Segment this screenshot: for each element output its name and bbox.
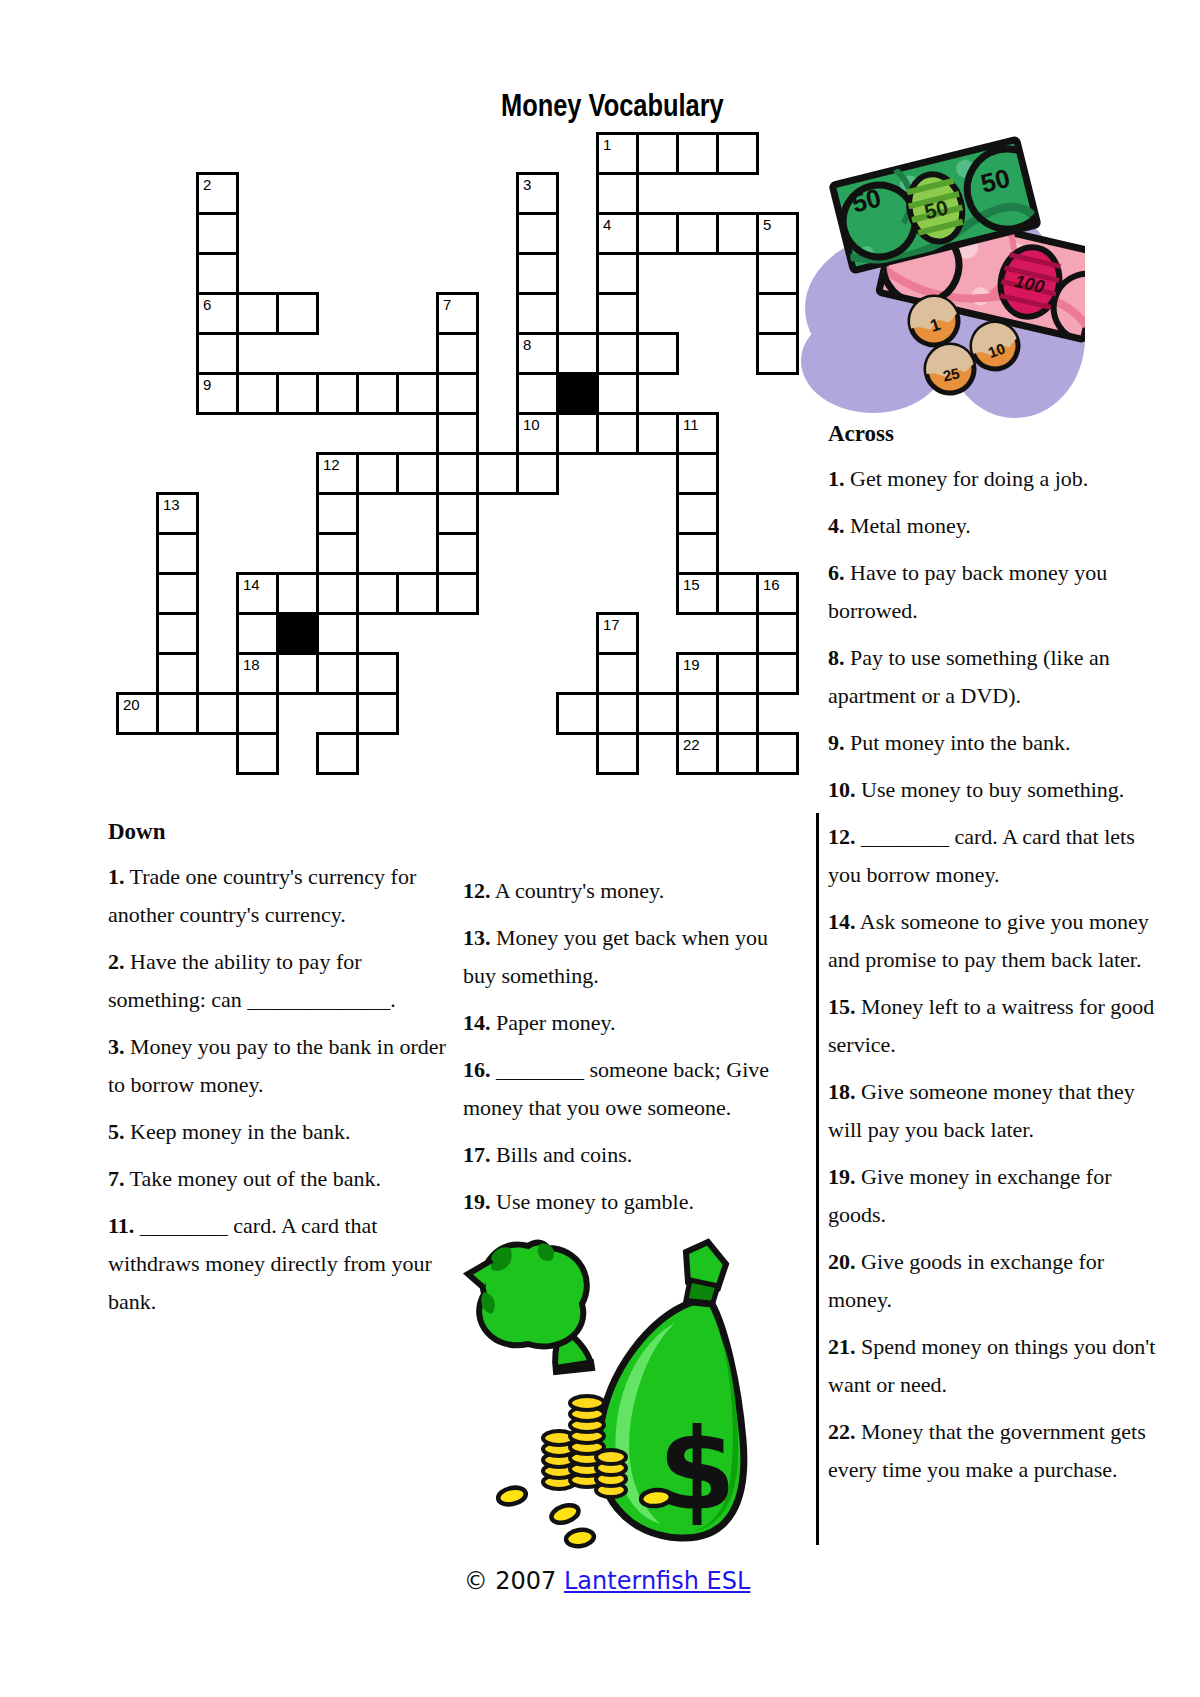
grid-cell-r13c3[interactable]: 18 [236, 652, 279, 695]
grid-cell-r5c12[interactable] [596, 332, 639, 375]
grid-cell-r5c2[interactable] [196, 332, 239, 375]
grid-cell-r14c3[interactable] [236, 692, 279, 735]
grid-cell-r15c3[interactable] [236, 732, 279, 775]
clue-down-16: 16. ________ someone back; Give money th… [463, 1051, 777, 1127]
cell-number-12: 12 [323, 456, 340, 473]
clue-down-2: 2. Have the ability to pay for something… [108, 943, 460, 1019]
grid-cell-r10c14[interactable] [676, 532, 719, 575]
grid-cell-r11c8[interactable] [436, 572, 479, 615]
grid-cell-r9c1[interactable]: 13 [156, 492, 199, 535]
copyright-line: © 2007 Lanternfish ESL [464, 1567, 751, 1595]
cell-number-16: 16 [763, 576, 780, 593]
cell-number-17: 17 [603, 616, 620, 633]
grid-cell-r11c7[interactable] [396, 572, 439, 615]
page-title: Money Vocabulary [501, 88, 724, 124]
clue-across-9: 9. Put money into the bank. [828, 724, 1160, 762]
grid-cell-r14c2[interactable] [196, 692, 239, 735]
clue-down-1: 1. Trade one country's currency for anot… [108, 858, 460, 934]
grid-cell-r7c11[interactable] [556, 412, 599, 455]
cell-number-10: 10 [523, 416, 540, 433]
grid-cell-r1c2[interactable]: 2 [196, 172, 239, 215]
grid-cell-r12c1[interactable] [156, 612, 199, 655]
grid-cell-r14c12[interactable] [596, 692, 639, 735]
clue-down-19: 19. Use money to gamble. [463, 1183, 777, 1221]
cell-number-22: 22 [683, 736, 700, 753]
grid-cell-r6c2[interactable]: 9 [196, 372, 239, 415]
grid-cell-r13c16[interactable] [756, 652, 799, 695]
grid-cell-r13c5[interactable] [316, 652, 359, 695]
lanternfish-esl-link[interactable]: Lanternfish ESL [564, 1567, 750, 1595]
down-header: Down [108, 818, 166, 846]
cell-number-7: 7 [443, 296, 451, 313]
grid-cell-r4c4[interactable] [276, 292, 319, 335]
grid-cell-r9c8[interactable] [436, 492, 479, 535]
clue-across-1: 1. Get money for doing a job. [828, 460, 1160, 498]
grid-cell-r13c1[interactable] [156, 652, 199, 695]
clue-across-10: 10. Use money to buy something. [828, 771, 1160, 809]
clue-down-11: 11. ________ card. A card that withdraws… [108, 1207, 460, 1321]
clue-across-22: 22. Money that the government gets every… [828, 1413, 1160, 1489]
grid-cell-r2c12[interactable]: 4 [596, 212, 639, 255]
grid-cell-r8c9[interactable] [476, 452, 519, 495]
grid-cell-r14c13[interactable] [636, 692, 679, 735]
grid-cell-r15c14[interactable]: 22 [676, 732, 719, 775]
clue-across-6: 6. Have to pay back money you borrowed. [828, 554, 1160, 630]
grid-cell-r2c2[interactable] [196, 212, 239, 255]
grid-cell-r8c10[interactable] [516, 452, 559, 495]
grid-cell-r14c0[interactable]: 20 [116, 692, 159, 735]
grid-cell-r5c10[interactable]: 8 [516, 332, 559, 375]
clue-down-14: 14. Paper money. [463, 1004, 777, 1042]
block-cell-r6c11 [556, 372, 599, 415]
clue-across-8: 8. Pay to use something (like an apartme… [828, 639, 1160, 715]
grid-cell-r11c4[interactable] [276, 572, 319, 615]
grid-cell-r8c5[interactable]: 12 [316, 452, 359, 495]
cell-number-4: 4 [603, 216, 611, 233]
cell-number-15: 15 [683, 576, 700, 593]
grid-cell-r1c12[interactable] [596, 172, 639, 215]
worksheet-page: { "title": "Money Vocabulary", "game": "… [0, 0, 1200, 1697]
grid-cell-r8c7[interactable] [396, 452, 439, 495]
grid-cell-r8c14[interactable] [676, 452, 719, 495]
cell-number-11: 11 [683, 416, 699, 433]
grid-cell-r4c8[interactable]: 7 [436, 292, 479, 335]
grid-cell-r2c13[interactable] [636, 212, 679, 255]
grid-cell-r15c16[interactable] [756, 732, 799, 775]
grid-cell-r14c14[interactable] [676, 692, 719, 735]
down-clues-column-1: 1. Trade one country's currency for anot… [108, 858, 460, 1330]
across-header: Across [828, 420, 894, 448]
grid-cell-r0c13[interactable] [636, 132, 679, 175]
grid-cell-r10c5[interactable] [316, 532, 359, 575]
grid-cell-r13c14[interactable]: 19 [676, 652, 719, 695]
grid-cell-r12c16[interactable] [756, 612, 799, 655]
grid-cell-r9c14[interactable] [676, 492, 719, 535]
clue-across-18: 18. Give someone money that they will pa… [828, 1073, 1160, 1149]
grid-cell-r10c8[interactable] [436, 532, 479, 575]
grid-cell-r7c13[interactable] [636, 412, 679, 455]
grid-cell-r14c1[interactable] [156, 692, 199, 735]
grid-cell-r14c15[interactable] [716, 692, 759, 735]
cell-number-8: 8 [523, 336, 531, 353]
clue-down-3: 3. Money you pay to the bank in order to… [108, 1028, 460, 1104]
grid-cell-r14c6[interactable] [356, 692, 399, 735]
across-clues: 1. Get money for doing a job.4. Metal mo… [828, 460, 1160, 1498]
grid-cell-r11c6[interactable] [356, 572, 399, 615]
grid-cell-r4c3[interactable] [236, 292, 279, 335]
down-clues-column-2: 12. A country's money.13. Money you get … [463, 872, 777, 1230]
grid-cell-r3c10[interactable] [516, 252, 559, 295]
grid-cell-r13c12[interactable] [596, 652, 639, 695]
clue-across-12: 12. ________ card. A card that lets you … [828, 818, 1160, 894]
grid-cell-r4c10[interactable] [516, 292, 559, 335]
grid-cell-r5c8[interactable] [436, 332, 479, 375]
grid-cell-r15c5[interactable] [316, 732, 359, 775]
grid-cell-r2c14[interactable] [676, 212, 719, 255]
clue-across-4: 4. Metal money. [828, 507, 1160, 545]
cell-number-2: 2 [203, 176, 211, 193]
grid-cell-r11c15[interactable] [716, 572, 759, 615]
grid-cell-r11c14[interactable]: 15 [676, 572, 719, 615]
clue-down-5: 5. Keep money in the bank. [108, 1113, 460, 1151]
cell-number-14: 14 [243, 576, 260, 593]
clue-down-7: 7. Take money out of the bank. [108, 1160, 460, 1198]
grid-cell-r15c12[interactable] [596, 732, 639, 775]
grid-cell-r11c16[interactable]: 16 [756, 572, 799, 615]
copyright-text: © 2007 [464, 1567, 564, 1595]
grid-cell-r5c11[interactable] [556, 332, 599, 375]
grid-cell-r15c15[interactable] [716, 732, 759, 775]
grid-cell-r0c12[interactable]: 1 [596, 132, 639, 175]
grid-cell-r4c2[interactable]: 6 [196, 292, 239, 335]
dollar-sign: $ [658, 1404, 736, 1534]
clue-across-21: 21. Spend money on things you don't want… [828, 1328, 1160, 1404]
grid-cell-r6c3[interactable] [236, 372, 279, 415]
grid-cell-r7c12[interactable] [596, 412, 639, 455]
grid-cell-r11c5[interactable] [316, 572, 359, 615]
cell-number-3: 3 [523, 176, 531, 193]
grid-cell-r6c8[interactable] [436, 372, 479, 415]
grid-cell-r2c10[interactable] [516, 212, 559, 255]
grid-cell-r13c15[interactable] [716, 652, 759, 695]
grid-cell-r1c10[interactable]: 3 [516, 172, 559, 215]
money-clipart: 100 50 50 50 1 10 25 [753, 103, 1085, 425]
grid-cell-r13c6[interactable] [356, 652, 399, 695]
clue-across-14: 14. Ask someone to give you money and pr… [828, 903, 1160, 979]
cell-number-6: 6 [203, 296, 211, 313]
clue-across-19: 19. Give money in exchange for goods. [828, 1158, 1160, 1234]
coin-25-value: 25 [941, 364, 961, 384]
grid-cell-r7c14[interactable]: 11 [676, 412, 719, 455]
cell-number-9: 9 [203, 376, 211, 393]
grid-cell-r14c11[interactable] [556, 692, 599, 735]
grid-cell-r7c10[interactable]: 10 [516, 412, 559, 455]
grid-cell-r0c14[interactable] [676, 132, 719, 175]
clue-down-17: 17. Bills and coins. [463, 1136, 777, 1174]
grid-cell-r4c12[interactable] [596, 292, 639, 335]
cell-number-20: 20 [123, 696, 140, 713]
grid-cell-r6c7[interactable] [396, 372, 439, 415]
small-money-bag [468, 1243, 594, 1373]
grid-cell-r6c10[interactable] [516, 372, 559, 415]
grid-cell-r5c13[interactable] [636, 332, 679, 375]
clue-down-13: 13. Money you get back when you buy some… [463, 919, 777, 995]
grid-cell-r12c12[interactable]: 17 [596, 612, 639, 655]
clue-across-15: 15. Money left to a waitress for good se… [828, 988, 1160, 1064]
clue-down-12: 12. A country's money. [463, 872, 777, 910]
grid-cell-r13c4[interactable] [276, 652, 319, 695]
cell-number-13: 13 [163, 496, 180, 513]
crossword-grid: 123456789101112131415161718192022 [116, 132, 800, 776]
cell-number-18: 18 [243, 656, 260, 673]
column-divider-line [816, 813, 819, 1545]
grid-cell-r10c1[interactable] [156, 532, 199, 575]
grid-cell-r8c8[interactable] [436, 452, 479, 495]
grid-cell-r3c12[interactable] [596, 252, 639, 295]
grid-cell-r3c2[interactable] [196, 252, 239, 295]
grid-cell-r12c5[interactable] [316, 612, 359, 655]
grid-cell-r9c5[interactable] [316, 492, 359, 535]
block-cell-r12c4 [276, 612, 319, 655]
grid-cell-r8c6[interactable] [356, 452, 399, 495]
money-bag-clipart: $ [440, 1230, 750, 1560]
grid-cell-r6c5[interactable] [316, 372, 359, 415]
grid-cell-r6c6[interactable] [356, 372, 399, 415]
grid-cell-r12c3[interactable] [236, 612, 279, 655]
grid-cell-r6c4[interactable] [276, 372, 319, 415]
grid-cell-r11c3[interactable]: 14 [236, 572, 279, 615]
grid-cell-r11c1[interactable] [156, 572, 199, 615]
grid-cell-r6c12[interactable] [596, 372, 639, 415]
grid-cell-r7c8[interactable] [436, 412, 479, 455]
clue-across-20: 20. Give goods in exchange for money. [828, 1243, 1160, 1319]
cell-number-1: 1 [603, 136, 611, 153]
cell-number-19: 19 [683, 656, 700, 673]
